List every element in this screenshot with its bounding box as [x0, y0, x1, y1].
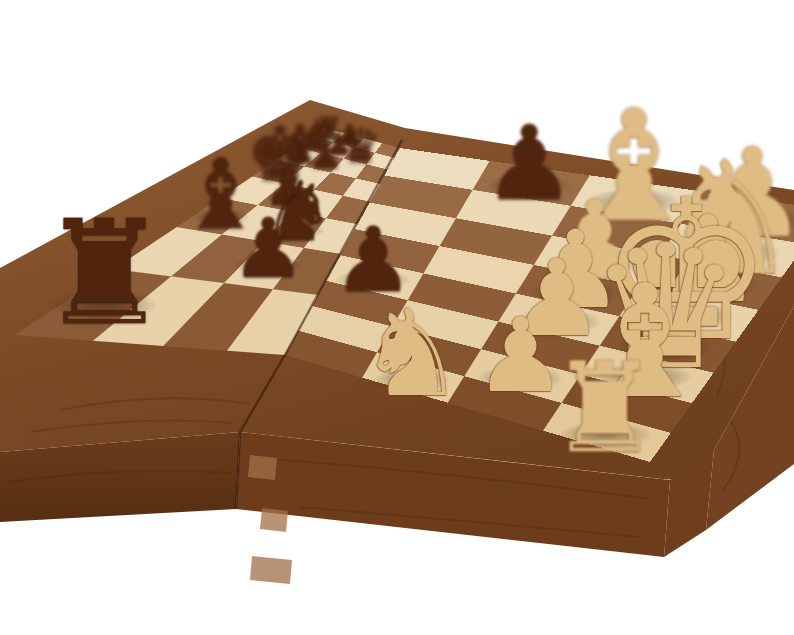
chess-set-photo: ♜♟♞♟♛♝♟♚♟♟♝♝♟♞♞♟♟♟♟♟♜♚♟♛♝♟♞♜	[0, 0, 794, 635]
board-front-left-face	[0, 432, 240, 522]
finger-joint-inlays	[248, 455, 292, 584]
board-corner-face	[664, 450, 714, 557]
board-front-right-face	[236, 432, 670, 557]
